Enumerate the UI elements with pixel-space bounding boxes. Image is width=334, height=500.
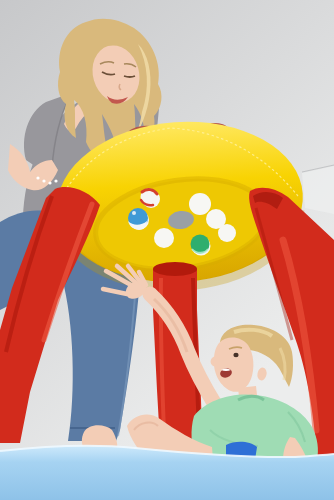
ball-hole (218, 224, 236, 242)
boy-eye (233, 353, 238, 357)
woman-eye (124, 76, 135, 77)
fingernail (48, 181, 51, 184)
fingernail (42, 179, 45, 182)
fingernail (36, 176, 39, 179)
scene-photo (0, 0, 334, 500)
ball-hole (154, 228, 174, 248)
photo-frame (0, 0, 334, 500)
blue-ball-highlight (132, 211, 136, 215)
backdrop-lower-panel (302, 166, 334, 214)
center-column-cap (153, 262, 197, 276)
ball-hole (189, 193, 211, 215)
fingernail (54, 179, 57, 182)
